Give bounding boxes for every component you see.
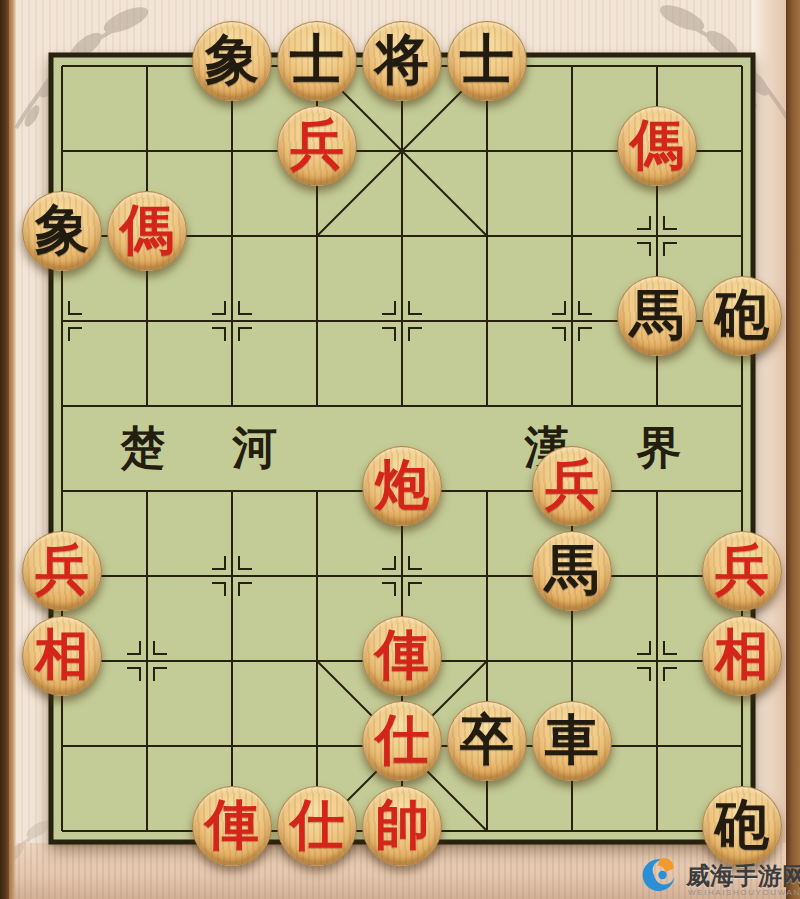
piece-character: 兵 <box>35 543 89 597</box>
piece-red-chariot-e7[interactable]: 俥 <box>362 616 442 696</box>
piece-character: 車 <box>545 713 599 767</box>
piece-black-soldier-f8[interactable]: 卒 <box>447 701 527 781</box>
piece-character: 馬 <box>545 543 599 597</box>
piece-red-soldier-i6[interactable]: 兵 <box>702 531 782 611</box>
piece-black-chariot-g8[interactable]: 車 <box>532 701 612 781</box>
piece-red-elephant-i7[interactable]: 相 <box>702 616 782 696</box>
piece-red-advisor-d9[interactable]: 仕 <box>277 786 357 866</box>
piece-character: 炮 <box>375 458 429 512</box>
piece-black-general-e0[interactable]: 将 <box>362 21 442 101</box>
piece-character: 砲 <box>715 288 769 342</box>
piece-character: 馬 <box>630 288 684 342</box>
piece-character: 俥 <box>375 628 429 682</box>
piece-black-advisor-f0[interactable]: 士 <box>447 21 527 101</box>
piece-character: 象 <box>35 203 89 257</box>
piece-black-horse-g6[interactable]: 馬 <box>532 531 612 611</box>
piece-red-soldier-d1[interactable]: 兵 <box>277 106 357 186</box>
piece-character: 仕 <box>375 713 429 767</box>
piece-red-soldier-g5[interactable]: 兵 <box>532 446 612 526</box>
piece-red-horse-b2[interactable]: 傌 <box>107 191 187 271</box>
piece-character: 卒 <box>460 713 514 767</box>
piece-character: 士 <box>290 33 344 87</box>
piece-character: 俥 <box>205 798 259 852</box>
piece-character: 兵 <box>545 458 599 512</box>
piece-character: 砲 <box>715 798 769 852</box>
piece-black-horse-h3[interactable]: 馬 <box>617 276 697 356</box>
piece-character: 士 <box>460 33 514 87</box>
piece-character: 象 <box>205 33 259 87</box>
piece-character: 仕 <box>290 798 344 852</box>
piece-red-elephant-a7[interactable]: 相 <box>22 616 102 696</box>
piece-red-advisor-e8[interactable]: 仕 <box>362 701 442 781</box>
piece-black-advisor-d0[interactable]: 士 <box>277 21 357 101</box>
piece-character: 将 <box>375 33 429 87</box>
piece-character: 兵 <box>715 543 769 597</box>
watermark-subtitle: WEIHAISHOUYOUWANG <box>688 888 800 897</box>
piece-black-elephant-c0[interactable]: 象 <box>192 21 272 101</box>
pieces-layer: 象士将士兵傌象傌馬砲炮兵兵馬兵相俥相仕卒車俥仕帥砲 <box>0 0 800 899</box>
piece-red-horse-h1[interactable]: 傌 <box>617 106 697 186</box>
piece-red-soldier-a6[interactable]: 兵 <box>22 531 102 611</box>
piece-character: 傌 <box>630 118 684 172</box>
watermark: 威海手游网 WEIHAISHOUYOUWANG <box>632 852 800 898</box>
piece-character: 相 <box>715 628 769 682</box>
piece-black-cannon-i3[interactable]: 砲 <box>702 276 782 356</box>
piece-character: 兵 <box>290 118 344 172</box>
piece-character: 帥 <box>375 798 429 852</box>
watermark-logo-icon <box>640 856 678 894</box>
piece-red-chariot-c9[interactable]: 俥 <box>192 786 272 866</box>
piece-black-elephant-a2[interactable]: 象 <box>22 191 102 271</box>
piece-red-cannon-e5[interactable]: 炮 <box>362 446 442 526</box>
piece-character: 傌 <box>120 203 174 257</box>
piece-character: 相 <box>35 628 89 682</box>
piece-red-general-e9[interactable]: 帥 <box>362 786 442 866</box>
